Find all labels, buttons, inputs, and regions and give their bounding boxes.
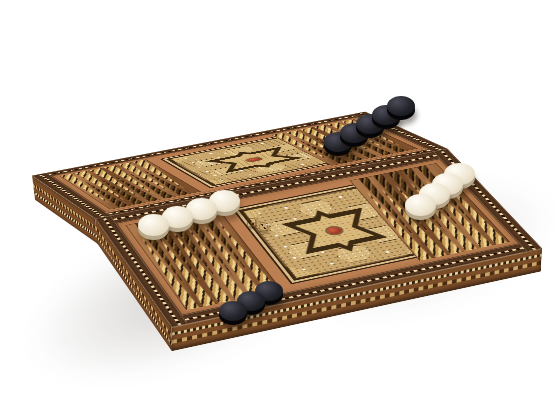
medallion-corner-motif <box>168 154 200 163</box>
medallion-hexagram <box>277 202 393 260</box>
point-triangle[interactable] <box>375 186 447 257</box>
tray-right-field <box>349 163 510 261</box>
medallion-corner-motif <box>241 206 275 223</box>
point-triangle[interactable] <box>196 222 263 297</box>
point-triangle[interactable] <box>109 174 159 201</box>
medallion-corner-motif <box>347 185 381 202</box>
medallion-hexagram <box>277 202 393 260</box>
tray-front-wall <box>172 248 542 351</box>
medallion-corner-motif <box>394 238 430 256</box>
point-triangle[interactable] <box>360 189 432 261</box>
medallion-hex-rosette <box>263 216 309 238</box>
point-triangle[interactable] <box>358 177 421 240</box>
medallion-corner-motif <box>205 176 238 186</box>
medallion-center-dot <box>325 226 344 235</box>
point-triangle[interactable] <box>165 228 231 303</box>
point-triangle[interactable] <box>150 218 207 284</box>
point-triangle[interactable] <box>404 180 477 251</box>
point-triangle[interactable] <box>212 219 279 293</box>
point-triangle[interactable] <box>373 174 436 237</box>
point-triangle[interactable] <box>165 215 222 281</box>
point-triangle[interactable] <box>123 172 174 199</box>
medallion-hex-rosette <box>359 223 406 245</box>
point-triangle[interactable] <box>180 212 238 278</box>
photo-stage <box>0 0 555 395</box>
tray-left-wall <box>95 219 172 351</box>
backgammon-box <box>27 60 542 327</box>
scene-3d <box>0 0 555 395</box>
medallion-hexagram <box>291 209 377 252</box>
point-triangle[interactable] <box>181 225 247 300</box>
point-triangle[interactable] <box>196 209 254 274</box>
medallion-corner-motif <box>285 261 321 279</box>
medallion-hex-rosette <box>330 242 377 265</box>
point-triangle[interactable] <box>79 180 128 208</box>
medallion-hexagram <box>291 209 377 252</box>
medallion-hex-rosette <box>340 201 386 222</box>
tray-star-medallion <box>238 183 432 280</box>
point-triangle[interactable] <box>389 183 462 254</box>
medallion-hex-rosette <box>293 198 339 219</box>
medallion-hex-rosette <box>281 239 328 261</box>
point-triangle[interactable] <box>416 165 481 227</box>
